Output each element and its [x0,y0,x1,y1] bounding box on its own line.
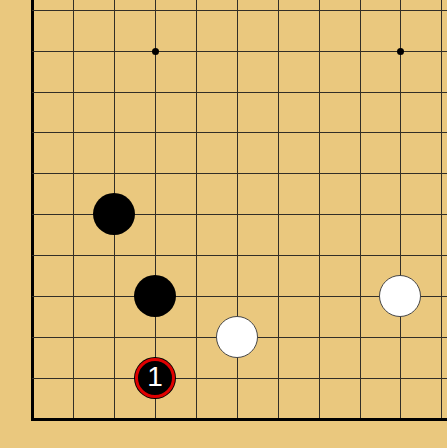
star-point-k10 [397,48,404,55]
black-stone-c6[interactable] [93,193,135,235]
white-stone-f3[interactable] [216,316,258,358]
black-stone-d4[interactable] [134,275,176,317]
grid-vertical-line [360,0,361,420]
grid-vertical-line [400,0,401,420]
grid-vertical-line [278,0,279,420]
grid-horizontal-line [32,378,447,379]
go-diagram-screen: 1 [0,0,447,448]
grid-horizontal-line [32,132,447,133]
grid-vertical-line [319,0,320,420]
grid-horizontal-line [32,92,447,93]
grid-horizontal-line [32,255,447,256]
grid-horizontal-line [32,10,447,11]
board-left-edge-line [31,0,34,421]
black-stone-d2[interactable]: 1 [134,357,176,399]
go-board[interactable]: 1 [0,0,447,448]
grid-horizontal-line [32,51,447,52]
star-point-d10 [152,48,159,55]
white-stone-k4[interactable] [379,275,421,317]
grid-vertical-line [441,0,442,420]
grid-vertical-line [196,0,197,420]
move-number-label: 1 [147,363,163,391]
grid-vertical-line [73,0,74,420]
grid-horizontal-line [32,173,447,174]
board-bottom-edge-line [31,418,447,421]
